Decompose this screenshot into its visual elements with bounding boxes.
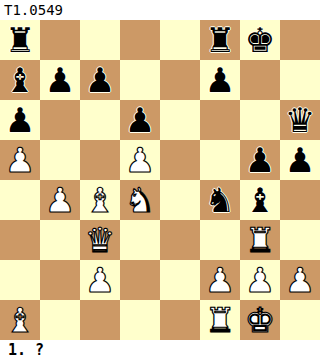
square-g5[interactable]: ♟ [240, 140, 280, 180]
square-c8[interactable] [80, 20, 120, 60]
status-bar: 1. ? [0, 340, 320, 360]
square-f7[interactable]: ♟ [200, 60, 240, 100]
square-a4[interactable] [0, 180, 40, 220]
square-b2[interactable] [40, 260, 80, 300]
square-h6[interactable]: ♛ [280, 100, 320, 140]
square-h1[interactable] [280, 300, 320, 340]
white-pawn-f2: ♟ [200, 260, 240, 300]
white-pawn-h2: ♟ [280, 260, 320, 300]
white-rook-f1: ♜ [200, 300, 240, 340]
square-b5[interactable] [40, 140, 80, 180]
square-d3[interactable] [120, 220, 160, 260]
square-g1[interactable]: ♚ [240, 300, 280, 340]
square-h4[interactable] [280, 180, 320, 220]
square-c5[interactable] [80, 140, 120, 180]
square-b7[interactable]: ♟ [40, 60, 80, 100]
square-e3[interactable] [160, 220, 200, 260]
square-f5[interactable] [200, 140, 240, 180]
square-g2[interactable]: ♟ [240, 260, 280, 300]
white-bishop-a1: ♝ [0, 300, 40, 340]
square-f4[interactable]: ♞ [200, 180, 240, 220]
square-g3[interactable]: ♜ [240, 220, 280, 260]
square-d6[interactable]: ♟ [120, 100, 160, 140]
square-g7[interactable] [240, 60, 280, 100]
square-a1[interactable]: ♝ [0, 300, 40, 340]
square-e8[interactable] [160, 20, 200, 60]
square-e7[interactable] [160, 60, 200, 100]
square-a5[interactable]: ♟ [0, 140, 40, 180]
title-bar: T1.0549 [0, 0, 320, 20]
black-knight-f4: ♞ [200, 180, 240, 220]
black-rook-a8: ♜ [0, 20, 40, 60]
white-queen-c3: ♛ [80, 220, 120, 260]
square-a2[interactable] [0, 260, 40, 300]
square-b3[interactable] [40, 220, 80, 260]
black-queen-h6: ♛ [280, 100, 320, 140]
square-d1[interactable] [120, 300, 160, 340]
white-bishop-c4: ♝ [80, 180, 120, 220]
black-rook-f8: ♜ [200, 20, 240, 60]
square-e5[interactable] [160, 140, 200, 180]
white-pawn-b4: ♟ [40, 180, 80, 220]
square-e1[interactable] [160, 300, 200, 340]
square-g4[interactable]: ♝ [240, 180, 280, 220]
black-pawn-d6: ♟ [120, 100, 160, 140]
white-rook-g3: ♜ [240, 220, 280, 260]
square-d5[interactable]: ♟ [120, 140, 160, 180]
black-pawn-a6: ♟ [0, 100, 40, 140]
move-prompt: 1. ? [8, 340, 44, 360]
black-pawn-g5: ♟ [240, 140, 280, 180]
black-bishop-g4: ♝ [240, 180, 280, 220]
white-knight-d4: ♞ [120, 180, 160, 220]
square-h2[interactable]: ♟ [280, 260, 320, 300]
square-f2[interactable]: ♟ [200, 260, 240, 300]
square-h5[interactable]: ♟ [280, 140, 320, 180]
chess-board: ♜♜♚♝♟♟♟♟♟♛♟♟♟♟♟♝♞♞♝♛♜♟♟♟♟♝♜♚ [0, 20, 320, 340]
square-a6[interactable]: ♟ [0, 100, 40, 140]
square-a3[interactable] [0, 220, 40, 260]
square-a7[interactable]: ♝ [0, 60, 40, 100]
square-h8[interactable] [280, 20, 320, 60]
square-a8[interactable]: ♜ [0, 20, 40, 60]
square-f6[interactable] [200, 100, 240, 140]
square-c2[interactable]: ♟ [80, 260, 120, 300]
square-f3[interactable] [200, 220, 240, 260]
square-d8[interactable] [120, 20, 160, 60]
black-pawn-b7: ♟ [40, 60, 80, 100]
square-f1[interactable]: ♜ [200, 300, 240, 340]
white-pawn-g2: ♟ [240, 260, 280, 300]
white-pawn-a5: ♟ [0, 140, 40, 180]
black-pawn-f7: ♟ [200, 60, 240, 100]
square-c6[interactable] [80, 100, 120, 140]
square-g8[interactable]: ♚ [240, 20, 280, 60]
square-b6[interactable] [40, 100, 80, 140]
square-c1[interactable] [80, 300, 120, 340]
square-e2[interactable] [160, 260, 200, 300]
square-c7[interactable]: ♟ [80, 60, 120, 100]
white-pawn-c2: ♟ [80, 260, 120, 300]
square-g6[interactable] [240, 100, 280, 140]
square-d2[interactable] [120, 260, 160, 300]
square-h7[interactable] [280, 60, 320, 100]
black-pawn-c7: ♟ [80, 60, 120, 100]
square-d7[interactable] [120, 60, 160, 100]
white-pawn-d5: ♟ [120, 140, 160, 180]
square-b4[interactable]: ♟ [40, 180, 80, 220]
square-c3[interactable]: ♛ [80, 220, 120, 260]
square-d4[interactable]: ♞ [120, 180, 160, 220]
square-b8[interactable] [40, 20, 80, 60]
square-b1[interactable] [40, 300, 80, 340]
square-f8[interactable]: ♜ [200, 20, 240, 60]
black-pawn-h5: ♟ [280, 140, 320, 180]
black-king-g8: ♚ [240, 20, 280, 60]
puzzle-id: T1.0549 [4, 0, 63, 20]
square-c4[interactable]: ♝ [80, 180, 120, 220]
black-bishop-a7: ♝ [0, 60, 40, 100]
square-h3[interactable] [280, 220, 320, 260]
white-king-g1: ♚ [240, 300, 280, 340]
square-e4[interactable] [160, 180, 200, 220]
square-e6[interactable] [160, 100, 200, 140]
